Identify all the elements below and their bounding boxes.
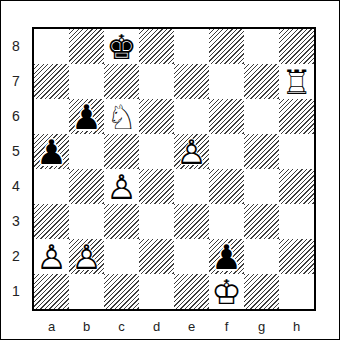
square-f3 xyxy=(209,204,244,239)
square-h6 xyxy=(279,99,314,134)
square-g7 xyxy=(244,64,279,99)
rank-label-3: 3 xyxy=(7,204,25,239)
square-a8 xyxy=(34,29,69,64)
square-f8 xyxy=(209,29,244,64)
square-d1 xyxy=(139,274,174,309)
square-f1: ♚♔ xyxy=(209,274,244,309)
square-b5 xyxy=(69,134,104,169)
square-e5: ♟♙ xyxy=(174,134,209,169)
square-c1 xyxy=(104,274,139,309)
square-a3 xyxy=(34,204,69,239)
square-c6: ♞♘ xyxy=(104,99,139,134)
square-h8 xyxy=(279,29,314,64)
rank-label-1: 1 xyxy=(7,274,25,309)
square-g8 xyxy=(244,29,279,64)
square-c4: ♟♙ xyxy=(104,169,139,204)
square-d2 xyxy=(139,239,174,274)
black-pawn: ♟ xyxy=(209,239,244,274)
square-e1 xyxy=(174,274,209,309)
square-c8: ♚ xyxy=(104,29,139,64)
file-label-g: g xyxy=(244,317,279,337)
board-grid: ♚♜♖♟♞♘♟♟♙♟♙♟♙♟♙♟♚♔ xyxy=(34,29,314,309)
square-b8 xyxy=(69,29,104,64)
white-pawn: ♟♙ xyxy=(104,169,139,204)
file-label-h: h xyxy=(279,317,314,337)
square-c3 xyxy=(104,204,139,239)
file-labels: abcdefgh xyxy=(34,317,314,337)
square-b1 xyxy=(69,274,104,309)
square-f7 xyxy=(209,64,244,99)
square-b3 xyxy=(69,204,104,239)
white-pawn-glyph: ♙ xyxy=(174,134,209,169)
square-g5 xyxy=(244,134,279,169)
square-f6 xyxy=(209,99,244,134)
white-pawn: ♟♙ xyxy=(69,239,104,274)
square-c7 xyxy=(104,64,139,99)
square-a1 xyxy=(34,274,69,309)
white-king: ♚♔ xyxy=(209,274,244,309)
square-a2: ♟♙ xyxy=(34,239,69,274)
rank-label-5: 5 xyxy=(7,134,25,169)
white-knight: ♞♘ xyxy=(104,99,139,134)
white-pawn-glyph: ♙ xyxy=(34,239,69,274)
square-d7 xyxy=(139,64,174,99)
file-label-b: b xyxy=(69,317,104,337)
file-label-f: f xyxy=(209,317,244,337)
chess-board: ♚♜♖♟♞♘♟♟♙♟♙♟♙♟♙♟♚♔ xyxy=(32,27,316,311)
square-d6 xyxy=(139,99,174,134)
square-g2 xyxy=(244,239,279,274)
square-a5: ♟ xyxy=(34,134,69,169)
square-g3 xyxy=(244,204,279,239)
black-pawn-glyph: ♟ xyxy=(34,134,69,169)
square-c2 xyxy=(104,239,139,274)
file-label-d: d xyxy=(139,317,174,337)
square-a4 xyxy=(34,169,69,204)
square-e4 xyxy=(174,169,209,204)
square-c5 xyxy=(104,134,139,169)
square-f5 xyxy=(209,134,244,169)
square-f2: ♟ xyxy=(209,239,244,274)
file-label-c: c xyxy=(104,317,139,337)
rank-label-4: 4 xyxy=(7,169,25,204)
square-e3 xyxy=(174,204,209,239)
square-h7: ♜♖ xyxy=(279,64,314,99)
white-king-glyph: ♔ xyxy=(209,274,244,309)
white-pawn: ♟♙ xyxy=(174,134,209,169)
black-pawn: ♟ xyxy=(34,134,69,169)
square-g6 xyxy=(244,99,279,134)
square-b2: ♟♙ xyxy=(69,239,104,274)
black-king: ♚ xyxy=(104,29,139,64)
file-label-e: e xyxy=(174,317,209,337)
black-pawn-glyph: ♟ xyxy=(69,99,104,134)
white-rook-glyph: ♖ xyxy=(279,64,314,99)
square-d5 xyxy=(139,134,174,169)
diagram-frame: 87654321 ♚♜♖♟♞♘♟♟♙♟♙♟♙♟♙♟♚♔ abcdefgh xyxy=(0,0,340,340)
white-pawn: ♟♙ xyxy=(34,239,69,274)
square-a7 xyxy=(34,64,69,99)
black-king-glyph: ♚ xyxy=(104,29,139,64)
white-pawn-glyph: ♙ xyxy=(69,239,104,274)
rank-labels: 87654321 xyxy=(7,29,25,309)
square-e2 xyxy=(174,239,209,274)
square-b4 xyxy=(69,169,104,204)
file-label-a: a xyxy=(34,317,69,337)
rank-label-7: 7 xyxy=(7,64,25,99)
square-h4 xyxy=(279,169,314,204)
white-pawn-glyph: ♙ xyxy=(104,169,139,204)
square-h3 xyxy=(279,204,314,239)
white-rook: ♜♖ xyxy=(279,64,314,99)
square-a6 xyxy=(34,99,69,134)
white-knight-glyph: ♘ xyxy=(104,99,139,134)
rank-label-2: 2 xyxy=(7,239,25,274)
square-b7 xyxy=(69,64,104,99)
square-h5 xyxy=(279,134,314,169)
square-f4 xyxy=(209,169,244,204)
square-h2 xyxy=(279,239,314,274)
square-e7 xyxy=(174,64,209,99)
square-g4 xyxy=(244,169,279,204)
square-g1 xyxy=(244,274,279,309)
black-pawn: ♟ xyxy=(69,99,104,134)
rank-label-6: 6 xyxy=(7,99,25,134)
square-d4 xyxy=(139,169,174,204)
square-h1 xyxy=(279,274,314,309)
square-b6: ♟ xyxy=(69,99,104,134)
black-pawn-glyph: ♟ xyxy=(209,239,244,274)
square-e8 xyxy=(174,29,209,64)
square-d8 xyxy=(139,29,174,64)
rank-label-8: 8 xyxy=(7,29,25,64)
square-d3 xyxy=(139,204,174,239)
square-e6 xyxy=(174,99,209,134)
